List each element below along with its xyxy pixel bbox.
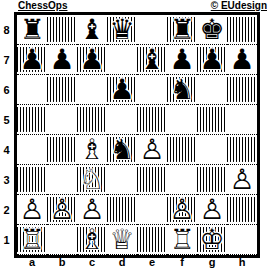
square-e5[interactable] [137, 105, 167, 135]
rank-labels: 87654321 [0, 15, 13, 255]
black-pawn: ♟ [109, 76, 134, 104]
square-b5[interactable] [47, 105, 77, 135]
square-d2[interactable] [107, 195, 137, 225]
file-label-g: g [197, 256, 227, 268]
black-queen: ♛ [109, 16, 134, 44]
square-e7[interactable]: ♝ [137, 45, 167, 75]
square-c5[interactable] [77, 105, 107, 135]
square-c6[interactable] [77, 75, 107, 105]
square-a8[interactable]: ♜ [17, 15, 47, 45]
rank-label-8: 8 [0, 15, 13, 45]
rank-label-5: 5 [0, 105, 13, 135]
square-d4[interactable]: ♞ [107, 135, 137, 165]
black-knight: ♞ [169, 76, 194, 104]
square-d6[interactable]: ♟ [107, 75, 137, 105]
square-g3[interactable] [197, 165, 227, 195]
square-a6[interactable] [17, 75, 47, 105]
square-h4[interactable] [227, 135, 257, 165]
square-c2[interactable]: ♙ [77, 195, 107, 225]
square-g5[interactable] [197, 105, 227, 135]
square-g1[interactable]: ♔ [197, 225, 227, 255]
square-c3[interactable]: ♘ [77, 165, 107, 195]
file-label-e: e [137, 256, 167, 268]
file-labels: abcdefgh [17, 256, 257, 268]
black-knight: ♞ [109, 136, 134, 164]
square-f4[interactable] [167, 135, 197, 165]
black-pawn: ♟ [229, 46, 254, 74]
square-e1[interactable] [137, 225, 167, 255]
black-rook: ♜ [169, 16, 194, 44]
rank-label-4: 4 [0, 135, 13, 165]
black-bishop: ♝ [79, 16, 104, 44]
square-f5[interactable] [167, 105, 197, 135]
square-b6[interactable] [47, 75, 77, 105]
square-g6[interactable] [197, 75, 227, 105]
black-bishop: ♝ [139, 46, 164, 74]
white-king: ♔ [199, 226, 224, 254]
app-title: ChessOps [18, 0, 67, 11]
white-bishop: ♗ [79, 226, 104, 254]
black-pawn: ♟ [79, 46, 104, 74]
white-rook: ♖ [169, 226, 194, 254]
white-pawn: ♙ [19, 196, 44, 224]
square-f3[interactable] [167, 165, 197, 195]
black-pawn: ♟ [199, 46, 224, 74]
square-b3[interactable] [47, 165, 77, 195]
white-pawn: ♙ [229, 166, 254, 194]
square-d5[interactable] [107, 105, 137, 135]
square-c8[interactable]: ♝ [77, 15, 107, 45]
black-rook: ♜ [19, 16, 44, 44]
square-b1[interactable] [47, 225, 77, 255]
file-label-b: b [47, 256, 77, 268]
file-label-h: h [227, 256, 257, 268]
file-label-a: a [17, 256, 47, 268]
black-pawn: ♟ [169, 46, 194, 74]
square-h5[interactable] [227, 105, 257, 135]
file-label-d: d [107, 256, 137, 268]
square-a7[interactable]: ♟ [17, 45, 47, 75]
square-e8[interactable] [137, 15, 167, 45]
black-pawn: ♟ [49, 46, 74, 74]
square-e4[interactable]: ♙ [137, 135, 167, 165]
white-pawn: ♙ [199, 196, 224, 224]
square-b4[interactable] [47, 135, 77, 165]
square-h1[interactable] [227, 225, 257, 255]
rank-label-6: 6 [0, 75, 13, 105]
square-d8[interactable]: ♛ [107, 15, 137, 45]
square-a1[interactable]: ♖ [17, 225, 47, 255]
square-a2[interactable]: ♙ [17, 195, 47, 225]
rank-label-1: 1 [0, 225, 13, 255]
square-h6[interactable] [227, 75, 257, 105]
square-h8[interactable] [227, 15, 257, 45]
square-g7[interactable]: ♟ [197, 45, 227, 75]
square-e2[interactable] [137, 195, 167, 225]
square-d7[interactable] [107, 45, 137, 75]
square-b8[interactable] [47, 15, 77, 45]
rank-label-7: 7 [0, 45, 13, 75]
square-f2[interactable]: ♙ [167, 195, 197, 225]
white-knight: ♘ [79, 166, 104, 194]
black-pawn: ♟ [19, 46, 44, 74]
rank-label-3: 3 [0, 165, 13, 195]
rank-label-2: 2 [0, 195, 13, 225]
square-g8[interactable]: ♚ [197, 15, 227, 45]
square-a3[interactable] [17, 165, 47, 195]
square-e3[interactable] [137, 165, 167, 195]
copyright-label: © EUdesign [211, 0, 267, 11]
white-pawn: ♙ [49, 196, 74, 224]
square-f7[interactable]: ♟ [167, 45, 197, 75]
square-g4[interactable] [197, 135, 227, 165]
white-pawn: ♙ [139, 136, 164, 164]
square-a5[interactable] [17, 105, 47, 135]
white-rook: ♖ [19, 226, 44, 254]
square-h3[interactable]: ♙ [227, 165, 257, 195]
square-e6[interactable] [137, 75, 167, 105]
square-a4[interactable] [17, 135, 47, 165]
square-d1[interactable]: ♕ [107, 225, 137, 255]
square-b2[interactable]: ♙ [47, 195, 77, 225]
square-b7[interactable]: ♟ [47, 45, 77, 75]
white-pawn: ♙ [169, 196, 194, 224]
square-f1[interactable]: ♖ [167, 225, 197, 255]
white-queen: ♕ [109, 226, 134, 254]
square-f8[interactable]: ♜ [167, 15, 197, 45]
square-c1[interactable]: ♗ [77, 225, 107, 255]
square-f6[interactable]: ♞ [167, 75, 197, 105]
chess-board: ♜♝♛♜♚♟♟♟♝♟♟♟♟♞♗♞♙♘♙♙♙♙♙♙♖♗♕♖♔ [14, 12, 260, 258]
square-d3[interactable] [107, 165, 137, 195]
file-label-f: f [167, 256, 197, 268]
white-bishop: ♗ [79, 136, 104, 164]
square-c7[interactable]: ♟ [77, 45, 107, 75]
white-pawn: ♙ [79, 196, 104, 224]
square-g2[interactable]: ♙ [197, 195, 227, 225]
square-h2[interactable] [227, 195, 257, 225]
black-king: ♚ [199, 16, 224, 44]
square-c4[interactable]: ♗ [77, 135, 107, 165]
file-label-c: c [77, 256, 107, 268]
square-h7[interactable]: ♟ [227, 45, 257, 75]
